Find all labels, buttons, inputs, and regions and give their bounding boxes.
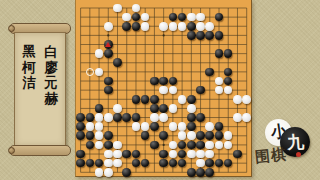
go-stone-white [169,150,178,159]
go-stone-black [150,104,159,113]
go-stone-white [169,22,178,31]
go-stone-white [95,113,104,122]
go-stone-black [132,22,141,31]
go-stone-black [178,150,187,159]
go-stone-white [95,131,104,140]
go-stone-black [205,131,214,140]
go-stone-white [169,141,178,150]
go-stone-white [187,131,196,140]
go-stone-white [95,122,104,131]
go-stone-black [215,31,224,40]
go-stone-white [205,150,214,159]
go-stone-black [215,159,224,168]
go-stone-black [141,159,150,168]
go-stone-white [86,122,95,131]
go-stone-black [95,159,104,168]
go-stone-black [187,168,196,177]
go-stone-white [95,49,104,58]
go-stone-white [113,4,122,13]
go-stone-black [86,113,95,122]
go-stone-black [187,31,196,40]
go-stone-black [104,131,113,140]
go-stone-black [196,86,205,95]
logo-caption: 围棋 [254,144,298,167]
go-stone-white [224,131,233,140]
go-stone-black [159,131,168,140]
go-stone-white [122,13,131,22]
go-stone-white [104,113,113,122]
go-stone-black [224,49,233,58]
go-stone-black [224,68,233,77]
go-stone-white [95,68,104,77]
go-stone-black [150,95,159,104]
go-stone-black [122,168,131,177]
go-stone-black [150,122,159,131]
go-stone-black [86,141,95,150]
go-stone-white [178,95,187,104]
go-stone-white [132,122,141,131]
go-stone-white [178,22,187,31]
go-stone-white [113,104,122,113]
go-stone-white [104,22,113,31]
go-stone-white [141,122,150,131]
go-stone-black [224,77,233,86]
scroll-bottom-roller [9,145,71,156]
go-stone-black [196,141,205,150]
go-stone-white [215,77,224,86]
go-stone-white [224,141,233,150]
go-stone-white [196,13,205,22]
go-stone-black [104,49,113,58]
go-stone-black [159,159,168,168]
go-stone-black [104,141,113,150]
go-stone-black [141,131,150,140]
go-stone-black [76,131,85,140]
go-stone-white [113,159,122,168]
go-stone-black [169,13,178,22]
go-stone-black [187,113,196,122]
scroll-body: 白廖元赫 黑柯洁 [14,32,66,147]
last-move-triangle-marker [105,42,111,47]
scroll-knob-icon [8,25,15,32]
go-stone-black [76,122,85,131]
go-board[interactable] [75,0,252,177]
go-stone-black [187,95,196,104]
go-stone-black [215,49,224,58]
thumbnail-stage: 白廖元赫 黑柯洁 小 九 围棋 [0,0,320,180]
go-stone-white [159,113,168,122]
go-stone-white [215,141,224,150]
go-stone-white [132,4,141,13]
go-stone-black [215,131,224,140]
go-stone-white [205,141,214,150]
go-stone-white [187,104,196,113]
go-stone-black [113,113,122,122]
go-stone-black [196,168,205,177]
go-stone-white [196,159,205,168]
go-stone-white [169,104,178,113]
go-stone-black [132,95,141,104]
go-stone-black [104,77,113,86]
go-stone-black [233,150,242,159]
go-stone-white [95,168,104,177]
go-stone-white [233,95,242,104]
go-stone-black [159,77,168,86]
black-player-column: 黑柯洁 [21,44,37,91]
go-stone-white [104,168,113,177]
point-circle-marker [86,68,95,77]
go-stone-black [104,86,113,95]
go-stone-white [141,13,150,22]
go-stone-white [95,141,104,150]
go-stone-white [169,86,178,95]
go-stone-black [215,13,224,22]
go-stone-black [159,104,168,113]
go-stone-white [113,141,122,150]
go-stone-black [187,141,196,150]
player-scroll: 白廖元赫 黑柯洁 [9,23,71,156]
go-stone-white [178,131,187,140]
go-stone-black [95,104,104,113]
go-stone-white [104,159,113,168]
go-stone-black [205,68,214,77]
go-stone-white [104,150,113,159]
go-stone-black [205,159,214,168]
go-stone-black [159,150,168,159]
go-stone-black [150,77,159,86]
go-stone-black [215,122,224,131]
go-stone-black [178,141,187,150]
go-stone-white [150,113,159,122]
scroll-knob-icon [8,147,15,154]
logo-red-seal-icon [296,152,301,157]
go-stone-white [196,150,205,159]
go-stone-black [76,113,85,122]
go-stone-white [205,122,214,131]
go-stone-white [196,22,205,31]
go-stone-black [178,159,187,168]
go-stone-black [169,77,178,86]
go-stone-black [132,13,141,22]
channel-logo: 小 九 围棋 [250,113,320,180]
white-player-column: 白廖元赫 [43,44,59,106]
stones-layer [76,3,251,176]
go-stone-black [196,131,205,140]
go-stone-black [205,31,214,40]
go-stone-white [233,113,242,122]
go-stone-black [150,141,159,150]
go-stone-black [113,58,122,67]
go-stone-white [159,22,168,31]
go-stone-black [86,159,95,168]
go-stone-white [169,122,178,131]
go-stone-black [141,95,150,104]
go-stone-white [242,113,251,122]
go-stone-white [242,95,251,104]
go-stone-black [187,122,196,131]
go-stone-white [159,86,168,95]
go-stone-black [122,150,131,159]
go-stone-white [224,86,233,95]
go-stone-white [178,122,187,131]
go-stone-white [187,13,196,22]
go-stone-white [215,86,224,95]
go-stone-white [187,150,196,159]
go-stone-white [113,150,122,159]
go-stone-black [122,113,131,122]
go-stone-white [205,22,214,31]
go-stone-black [122,22,131,31]
go-stone-black [224,159,233,168]
go-stone-black [178,13,187,22]
go-stone-black [132,150,141,159]
go-stone-white [141,22,150,31]
go-stone-black [205,168,214,177]
go-stone-black [86,131,95,140]
go-stone-black [132,113,141,122]
go-stone-black [76,150,85,159]
go-stone-black [169,159,178,168]
go-stone-black [196,31,205,40]
go-stone-black [196,113,205,122]
go-stone-black [187,22,196,31]
go-stone-black [76,159,85,168]
go-stone-black [132,159,141,168]
